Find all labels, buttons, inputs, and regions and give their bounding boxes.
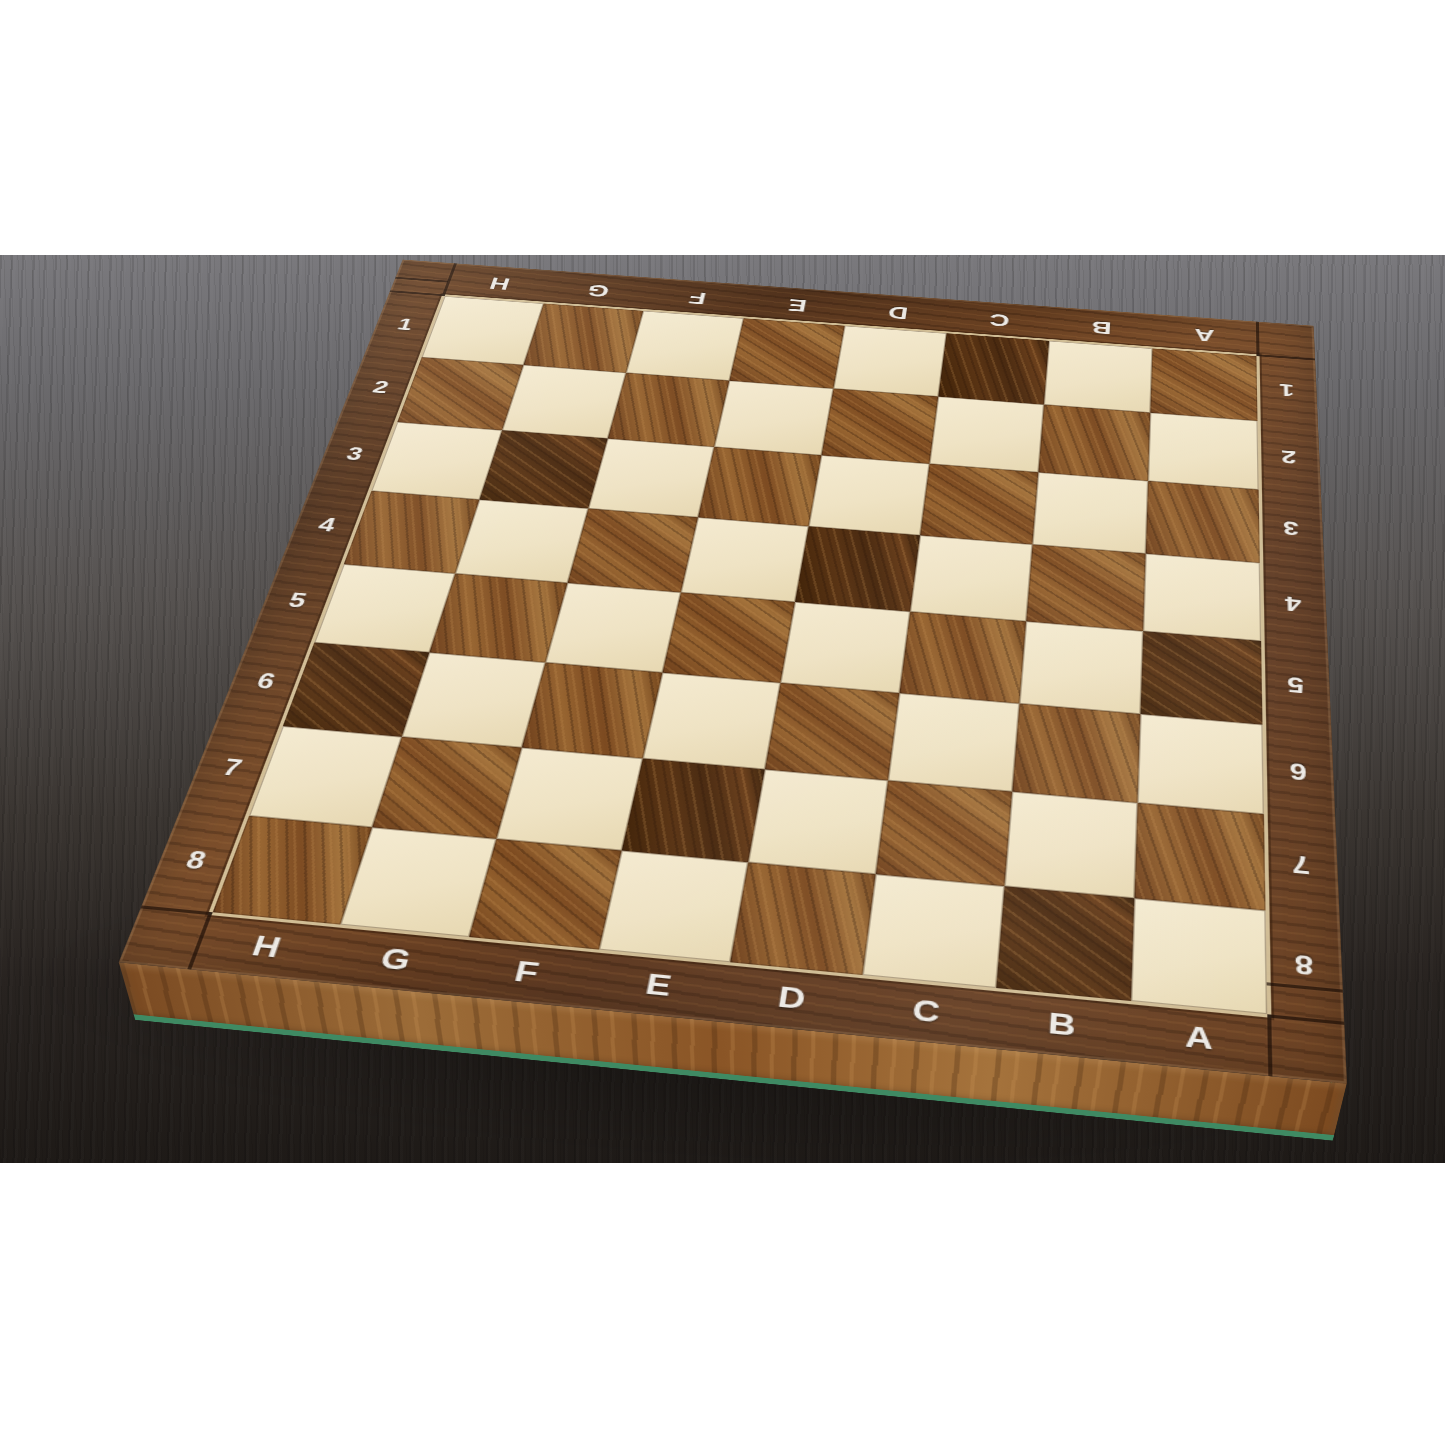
square-f3[interactable] [588, 439, 714, 518]
square-d5[interactable] [780, 602, 910, 693]
rank-label-left-8: 8 [142, 809, 249, 912]
square-d2[interactable] [821, 389, 938, 464]
square-d4[interactable] [795, 526, 920, 611]
square-a1[interactable] [1150, 348, 1257, 420]
square-a3[interactable] [1146, 481, 1260, 563]
square-a4[interactable] [1143, 554, 1261, 641]
square-e5[interactable] [662, 592, 795, 682]
square-b8[interactable] [996, 886, 1134, 1001]
square-a7[interactable] [1134, 803, 1265, 911]
rank-label-right-7: 7 [1264, 814, 1340, 917]
square-b7[interactable] [1004, 792, 1137, 899]
square-e7[interactable] [622, 758, 765, 862]
square-b1[interactable] [1044, 341, 1153, 413]
square-b3[interactable] [1032, 472, 1148, 553]
square-g6[interactable] [402, 652, 546, 747]
square-f2[interactable] [608, 373, 730, 447]
square-c7[interactable] [876, 780, 1012, 886]
rank-label-right-2: 2 [1257, 421, 1320, 495]
rank-label-right-6: 6 [1262, 725, 1335, 821]
square-f5[interactable] [545, 583, 680, 673]
square-f4[interactable] [568, 508, 698, 592]
square-g8[interactable] [340, 827, 496, 937]
square-f7[interactable] [496, 748, 642, 851]
square-d6[interactable] [765, 683, 900, 781]
square-c6[interactable] [888, 693, 1019, 791]
square-c8[interactable] [863, 874, 1005, 988]
corner-groove [395, 277, 448, 283]
square-f1[interactable] [626, 311, 744, 381]
square-g2[interactable] [502, 365, 626, 439]
chess-board: HGFEDCBA HGFEDCBA 12345678 12345678 [119, 260, 1347, 1084]
square-a6[interactable] [1138, 714, 1264, 814]
square-d1[interactable] [833, 326, 946, 397]
square-a5[interactable] [1140, 631, 1262, 724]
rank-label-left-7: 7 [181, 720, 283, 816]
square-d3[interactable] [809, 455, 930, 535]
square-b4[interactable] [1026, 544, 1146, 631]
square-f8[interactable] [469, 839, 622, 950]
square-g1[interactable] [523, 303, 643, 372]
square-g3[interactable] [479, 430, 607, 508]
square-b6[interactable] [1012, 704, 1140, 803]
rank-label-right-1: 1 [1256, 356, 1317, 425]
square-c3[interactable] [920, 464, 1038, 545]
corner-groove [1267, 1014, 1344, 1025]
square-g5[interactable] [429, 574, 567, 663]
square-e6[interactable] [643, 673, 781, 770]
square-a8[interactable] [1131, 898, 1267, 1014]
rank-labels-right: 12345678 [1256, 356, 1344, 1022]
square-c4[interactable] [910, 535, 1032, 621]
square-c2[interactable] [929, 397, 1043, 473]
square-b2[interactable] [1038, 405, 1150, 481]
square-h8[interactable] [213, 816, 372, 925]
square-e2[interactable] [714, 381, 833, 456]
rank-label-right-3: 3 [1259, 490, 1325, 568]
square-e8[interactable] [599, 851, 748, 963]
table-surface: HGFEDCBA HGFEDCBA 12345678 12345678 [0, 255, 1445, 1163]
square-e4[interactable] [681, 517, 809, 602]
square-h7[interactable] [249, 726, 402, 827]
square-h1[interactable] [422, 296, 544, 365]
rank-label-left-6: 6 [217, 637, 315, 726]
square-c1[interactable] [938, 333, 1049, 404]
rank-label-right-8: 8 [1266, 910, 1345, 1021]
corner-groove [141, 905, 213, 915]
board-top-face: HGFEDCBA HGFEDCBA 12345678 12345678 [119, 260, 1347, 1084]
corner-groove [187, 912, 212, 970]
square-g7[interactable] [372, 737, 522, 839]
square-c5[interactable] [899, 612, 1026, 704]
corner-groove [1267, 982, 1343, 992]
rank-label-right-5: 5 [1261, 641, 1331, 731]
square-g4[interactable] [455, 500, 588, 583]
corner-groove [1256, 322, 1260, 357]
square-f6[interactable] [522, 662, 663, 758]
square-d7[interactable] [748, 769, 888, 874]
rank-label-right-4: 4 [1260, 563, 1328, 647]
corner-groove [1267, 1014, 1272, 1076]
square-b5[interactable] [1019, 621, 1143, 714]
rank-labels-left: 12345678 [142, 292, 445, 912]
square-h6[interactable] [283, 642, 430, 736]
square-a2[interactable] [1148, 413, 1259, 490]
square-e1[interactable] [729, 318, 844, 388]
square-e3[interactable] [698, 447, 821, 526]
square-d8[interactable] [730, 862, 876, 975]
